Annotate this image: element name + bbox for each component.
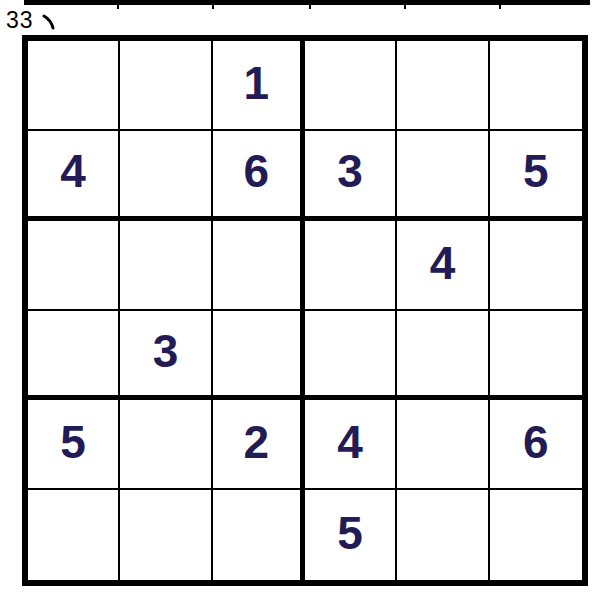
cell-r3c6[interactable] bbox=[490, 221, 582, 311]
cell-r4c1[interactable] bbox=[28, 311, 120, 401]
cell-r1c2[interactable] bbox=[120, 41, 212, 131]
cell-r1c6[interactable] bbox=[490, 41, 582, 131]
given-digit: 3 bbox=[337, 148, 363, 194]
cell-r4c5[interactable] bbox=[397, 311, 489, 401]
given-digit: 1 bbox=[244, 60, 270, 106]
cell-r4c2[interactable]: 3 bbox=[120, 311, 212, 401]
cell-r5c3[interactable]: 2 bbox=[213, 400, 305, 490]
cropped-grid-line-stub bbox=[212, 5, 214, 9]
given-digit: 4 bbox=[60, 148, 86, 194]
given-digit: 2 bbox=[244, 419, 270, 465]
given-digit: 6 bbox=[244, 148, 270, 194]
cell-r2c4[interactable]: 3 bbox=[305, 131, 397, 221]
cell-r5c6[interactable]: 6 bbox=[490, 400, 582, 490]
cropped-grid-line-stub bbox=[404, 5, 406, 9]
cell-r4c3[interactable] bbox=[213, 311, 305, 401]
cell-r5c2[interactable] bbox=[120, 400, 212, 490]
given-digit: 6 bbox=[523, 419, 549, 465]
cell-r6c4[interactable]: 5 bbox=[305, 490, 397, 580]
cropped-grid-line-stub bbox=[309, 5, 311, 9]
cell-r3c2[interactable] bbox=[120, 221, 212, 311]
sudoku-grid: 146354352465 bbox=[22, 35, 588, 586]
cell-r6c1[interactable] bbox=[28, 490, 120, 580]
cell-r3c1[interactable] bbox=[28, 221, 120, 311]
given-digit: 3 bbox=[153, 328, 179, 374]
given-digit: 5 bbox=[523, 148, 549, 194]
cell-r5c1[interactable]: 5 bbox=[28, 400, 120, 490]
cell-r1c3[interactable]: 1 bbox=[213, 41, 305, 131]
cell-r4c4[interactable] bbox=[305, 311, 397, 401]
cell-r3c5[interactable]: 4 bbox=[397, 221, 489, 311]
cell-r2c6[interactable]: 5 bbox=[490, 131, 582, 221]
given-digit: 5 bbox=[60, 419, 86, 465]
cell-r2c5[interactable] bbox=[397, 131, 489, 221]
cell-r2c3[interactable]: 6 bbox=[213, 131, 305, 221]
given-digit: 4 bbox=[430, 240, 456, 286]
cell-r3c4[interactable] bbox=[305, 221, 397, 311]
cropped-grid-edge bbox=[24, 0, 590, 5]
cell-r2c2[interactable] bbox=[120, 131, 212, 221]
cell-r6c3[interactable] bbox=[213, 490, 305, 580]
cropped-grid-line-stub bbox=[117, 5, 119, 9]
cell-r6c5[interactable] bbox=[397, 490, 489, 580]
cropped-grid-line-stub bbox=[499, 5, 501, 9]
ideographic-comma-icon bbox=[41, 14, 56, 30]
cell-r6c6[interactable] bbox=[490, 490, 582, 580]
given-digit: 5 bbox=[337, 510, 363, 556]
given-digit: 4 bbox=[337, 419, 363, 465]
cell-r3c3[interactable] bbox=[213, 221, 305, 311]
cell-r1c5[interactable] bbox=[397, 41, 489, 131]
cell-r1c4[interactable] bbox=[305, 41, 397, 131]
cell-r1c1[interactable] bbox=[28, 41, 120, 131]
cell-r5c4[interactable]: 4 bbox=[305, 400, 397, 490]
puzzle-number: 33 bbox=[6, 8, 34, 33]
cell-r6c2[interactable] bbox=[120, 490, 212, 580]
cell-r5c5[interactable] bbox=[397, 400, 489, 490]
cell-r2c1[interactable]: 4 bbox=[28, 131, 120, 221]
cell-r4c6[interactable] bbox=[490, 311, 582, 401]
puzzle-number-label: 33 bbox=[6, 7, 56, 33]
